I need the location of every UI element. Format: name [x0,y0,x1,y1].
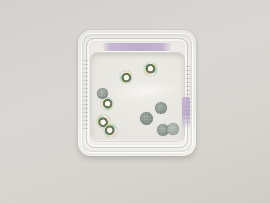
lilac-hinge-strip-right [182,97,190,128]
lilac-hinge-strip-top [103,43,171,51]
rhinestone-face-down [97,88,108,99]
rhinestone-face-down [167,123,179,135]
photo-scene [0,0,270,203]
floor-highlight [110,79,181,104]
rhinestone-face-down [140,112,153,125]
gem-box [78,30,196,156]
rhinestone-face-down [155,102,167,114]
